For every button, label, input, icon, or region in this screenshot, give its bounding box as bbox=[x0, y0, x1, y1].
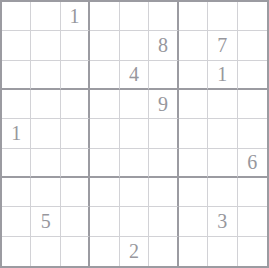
cell-r5c2[interactable] bbox=[31, 119, 60, 148]
cell-r8c6[interactable] bbox=[149, 207, 178, 236]
cell-r2c9[interactable] bbox=[238, 31, 267, 60]
cell-r8c1[interactable] bbox=[2, 207, 31, 236]
cell-r8c7[interactable] bbox=[179, 207, 208, 236]
given-digit: 9 bbox=[158, 94, 168, 114]
given-digit: 3 bbox=[217, 211, 227, 231]
cell-r4c6[interactable]: 9 bbox=[149, 90, 178, 119]
cell-r7c5[interactable] bbox=[120, 178, 149, 207]
cell-r6c3[interactable] bbox=[61, 149, 90, 178]
cell-r8c5[interactable] bbox=[120, 207, 149, 236]
cell-r2c7[interactable] bbox=[179, 31, 208, 60]
cell-r1c2[interactable] bbox=[31, 2, 60, 31]
given-digit: 6 bbox=[247, 152, 257, 172]
cell-r9c7[interactable] bbox=[179, 237, 208, 266]
given-digit: 5 bbox=[41, 211, 51, 231]
cell-r3c7[interactable] bbox=[179, 61, 208, 90]
cell-r5c1[interactable]: 1 bbox=[2, 119, 31, 148]
cell-r9c1[interactable] bbox=[2, 237, 31, 266]
cell-r7c8[interactable] bbox=[208, 178, 237, 207]
cell-r1c6[interactable] bbox=[149, 2, 178, 31]
sudoku-board: 18741916532 bbox=[0, 0, 269, 268]
cell-r6c7[interactable] bbox=[179, 149, 208, 178]
cell-r2c1[interactable] bbox=[2, 31, 31, 60]
cell-r9c3[interactable] bbox=[61, 237, 90, 266]
cell-r6c5[interactable] bbox=[120, 149, 149, 178]
given-digit: 1 bbox=[70, 6, 80, 26]
cell-r3c2[interactable] bbox=[31, 61, 60, 90]
cell-r4c5[interactable] bbox=[120, 90, 149, 119]
cell-r8c2[interactable]: 5 bbox=[31, 207, 60, 236]
cell-r3c4[interactable] bbox=[90, 61, 119, 90]
cell-r1c5[interactable] bbox=[120, 2, 149, 31]
cell-r9c5[interactable]: 2 bbox=[120, 237, 149, 266]
cell-r1c8[interactable] bbox=[208, 2, 237, 31]
cell-r3c1[interactable] bbox=[2, 61, 31, 90]
cell-r8c8[interactable]: 3 bbox=[208, 207, 237, 236]
cell-r4c7[interactable] bbox=[179, 90, 208, 119]
cell-r6c4[interactable] bbox=[90, 149, 119, 178]
cell-r3c3[interactable] bbox=[61, 61, 90, 90]
cell-r6c6[interactable] bbox=[149, 149, 178, 178]
cell-r7c3[interactable] bbox=[61, 178, 90, 207]
given-digit: 1 bbox=[11, 123, 21, 143]
cell-r4c4[interactable] bbox=[90, 90, 119, 119]
cell-r1c3[interactable]: 1 bbox=[61, 2, 90, 31]
given-digit: 1 bbox=[217, 64, 227, 84]
cell-r2c3[interactable] bbox=[61, 31, 90, 60]
cell-r7c2[interactable] bbox=[31, 178, 60, 207]
given-digit: 2 bbox=[129, 241, 139, 261]
cell-r6c8[interactable] bbox=[208, 149, 237, 178]
cell-r5c8[interactable] bbox=[208, 119, 237, 148]
cell-r4c2[interactable] bbox=[31, 90, 60, 119]
cell-r2c6[interactable]: 8 bbox=[149, 31, 178, 60]
cell-r8c9[interactable] bbox=[238, 207, 267, 236]
cell-r4c9[interactable] bbox=[238, 90, 267, 119]
cell-r6c1[interactable] bbox=[2, 149, 31, 178]
cell-r9c2[interactable] bbox=[31, 237, 60, 266]
cell-r5c5[interactable] bbox=[120, 119, 149, 148]
cell-r6c9[interactable]: 6 bbox=[238, 149, 267, 178]
cell-r5c4[interactable] bbox=[90, 119, 119, 148]
cell-r9c4[interactable] bbox=[90, 237, 119, 266]
cell-r7c6[interactable] bbox=[149, 178, 178, 207]
given-digit: 7 bbox=[217, 35, 227, 55]
cell-r4c8[interactable] bbox=[208, 90, 237, 119]
cell-r7c7[interactable] bbox=[179, 178, 208, 207]
cell-r3c9[interactable] bbox=[238, 61, 267, 90]
given-digit: 8 bbox=[158, 35, 168, 55]
cell-r5c9[interactable] bbox=[238, 119, 267, 148]
cell-r9c9[interactable] bbox=[238, 237, 267, 266]
cell-r9c8[interactable] bbox=[208, 237, 237, 266]
cell-r7c1[interactable] bbox=[2, 178, 31, 207]
cell-r5c6[interactable] bbox=[149, 119, 178, 148]
cell-r8c4[interactable] bbox=[90, 207, 119, 236]
cell-r1c7[interactable] bbox=[179, 2, 208, 31]
cell-r5c3[interactable] bbox=[61, 119, 90, 148]
cell-r1c1[interactable] bbox=[2, 2, 31, 31]
cell-r3c6[interactable] bbox=[149, 61, 178, 90]
cell-r7c9[interactable] bbox=[238, 178, 267, 207]
cell-r2c8[interactable]: 7 bbox=[208, 31, 237, 60]
cell-r2c2[interactable] bbox=[31, 31, 60, 60]
cell-r9c6[interactable] bbox=[149, 237, 178, 266]
cell-r4c1[interactable] bbox=[2, 90, 31, 119]
cell-r2c4[interactable] bbox=[90, 31, 119, 60]
cell-r7c4[interactable] bbox=[90, 178, 119, 207]
cell-r5c7[interactable] bbox=[179, 119, 208, 148]
given-digit: 4 bbox=[129, 64, 139, 84]
cell-r6c2[interactable] bbox=[31, 149, 60, 178]
cell-r4c3[interactable] bbox=[61, 90, 90, 119]
cell-r2c5[interactable] bbox=[120, 31, 149, 60]
cell-r3c8[interactable]: 1 bbox=[208, 61, 237, 90]
cell-r1c9[interactable] bbox=[238, 2, 267, 31]
cell-r3c5[interactable]: 4 bbox=[120, 61, 149, 90]
cell-r8c3[interactable] bbox=[61, 207, 90, 236]
cell-r1c4[interactable] bbox=[90, 2, 119, 31]
